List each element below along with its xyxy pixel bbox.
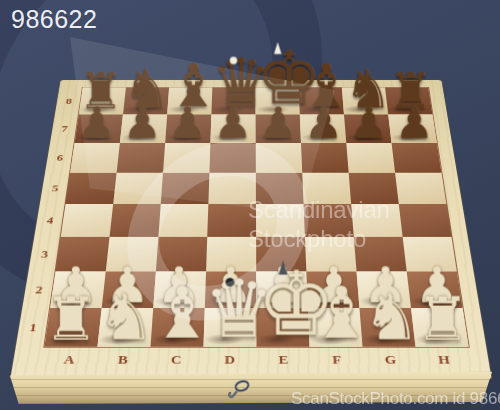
square-g6 xyxy=(346,143,395,173)
square-f5 xyxy=(302,173,351,204)
square-e1: ♚ xyxy=(256,308,309,347)
square-a1: ♜ xyxy=(44,308,101,347)
piece-white-rook: ♜ xyxy=(416,289,469,349)
square-e5 xyxy=(256,173,304,204)
square-e4 xyxy=(256,204,305,237)
square-c7: ♟ xyxy=(165,115,211,143)
square-b1: ♞ xyxy=(97,308,153,347)
square-g4 xyxy=(351,204,402,237)
chessboard-scene: 87654321 ABCDEFGH ♜♞♝♛♚♝♞♜♟♟♟♟♟♟♟♟♟♟♟♟♟♟… xyxy=(10,0,491,379)
square-g1: ♞ xyxy=(359,308,415,347)
square-f6 xyxy=(301,143,349,173)
square-f7: ♟ xyxy=(300,115,346,143)
file-label-b: B xyxy=(94,347,151,379)
board-squares: ♜♞♝♛♚♝♞♜♟♟♟♟♟♟♟♟♟♟♟♟♟♟♟♟♜♞♝♛♚♝♞♜ xyxy=(44,88,468,347)
piece-white-knight: ♞ xyxy=(97,285,150,349)
piece-black-pawn: ♟ xyxy=(74,101,119,144)
piece-black-pawn: ♟ xyxy=(210,101,255,144)
piece-black-pawn: ♟ xyxy=(256,101,301,144)
piece-black-pawn: ♟ xyxy=(301,101,346,144)
square-h7: ♟ xyxy=(388,115,437,143)
square-f1: ♝ xyxy=(308,308,363,347)
file-label-a: A xyxy=(40,347,98,379)
square-h6 xyxy=(392,143,442,173)
piece-black-pawn: ♟ xyxy=(346,101,391,144)
piece-white-knight: ♞ xyxy=(363,285,416,349)
piece-white-bishop: ♝ xyxy=(310,278,363,349)
square-h5 xyxy=(395,173,446,204)
piece-black-pawn: ♟ xyxy=(165,101,210,144)
square-h4 xyxy=(399,204,452,237)
piece-black-pawn: ♟ xyxy=(120,101,165,144)
square-d1: ♛ xyxy=(204,308,257,347)
square-f4 xyxy=(304,204,354,237)
square-b7: ♟ xyxy=(120,115,167,143)
square-b5 xyxy=(113,173,163,204)
square-a7: ♟ xyxy=(75,115,123,143)
piece-white-queen: ♛ xyxy=(203,269,256,349)
square-h1: ♜ xyxy=(411,308,469,347)
square-c6 xyxy=(163,143,210,173)
piece-white-king: ♚ xyxy=(257,260,310,348)
stock-photo-canvas: 87654321 ABCDEFGH ♜♞♝♛♚♝♞♜♟♟♟♟♟♟♟♟♟♟♟♟♟♟… xyxy=(0,0,500,410)
square-b6 xyxy=(117,143,166,173)
square-d4 xyxy=(207,204,256,237)
square-g7: ♟ xyxy=(344,115,392,143)
square-d7: ♟ xyxy=(210,115,255,143)
metal-clasp-icon xyxy=(226,377,252,399)
square-e7: ♟ xyxy=(256,115,301,143)
chessboard: 87654321 ABCDEFGH ♜♞♝♛♚♝♞♜♟♟♟♟♟♟♟♟♟♟♟♟♟♟… xyxy=(10,80,491,379)
piece-black-pawn: ♟ xyxy=(392,101,437,144)
square-a4 xyxy=(61,204,113,237)
square-e6 xyxy=(256,143,303,173)
square-d6 xyxy=(209,143,255,173)
square-c1: ♝ xyxy=(150,308,204,347)
square-c4 xyxy=(158,204,208,237)
square-g5 xyxy=(349,173,399,204)
square-a5 xyxy=(66,173,117,204)
piece-white-rook: ♜ xyxy=(44,289,97,349)
square-d5 xyxy=(208,173,256,204)
piece-white-bishop: ♝ xyxy=(150,278,203,349)
square-c5 xyxy=(161,173,210,204)
square-a6 xyxy=(70,143,120,173)
square-b4 xyxy=(110,204,161,237)
